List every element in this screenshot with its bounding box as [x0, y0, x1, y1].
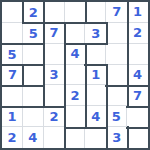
cell-r6c0[interactable]: 2 — [2, 127, 23, 148]
cell-r0c1[interactable]: 2 — [23, 2, 44, 23]
given-digit: 2 — [50, 110, 59, 123]
cage-border-segment — [43, 1, 45, 24]
given-digit: 7 — [112, 5, 121, 18]
cell-r4c2[interactable] — [44, 85, 65, 106]
given-digit: 4 — [28, 131, 37, 144]
cage-border-segment — [22, 64, 24, 87]
cell-r6c3[interactable] — [65, 127, 86, 148]
cage-border-segment — [64, 126, 66, 149]
cage-border-segment — [126, 106, 149, 108]
cell-r1c1[interactable]: 5 — [23, 23, 44, 44]
cage-border-segment — [105, 85, 128, 87]
cell-r3c6[interactable]: 4 — [127, 65, 148, 86]
cage-border-segment — [43, 84, 45, 107]
cage-border-segment — [64, 43, 86, 45]
cage-border-segment — [106, 84, 108, 106]
given-digit: 2 — [70, 89, 79, 102]
cage-border-segment — [22, 43, 45, 45]
cell-r4c1[interactable] — [23, 85, 44, 106]
cell-r4c0[interactable] — [2, 85, 23, 106]
given-digit: 4 — [70, 47, 79, 60]
cage-border-segment — [22, 85, 45, 87]
cage-border-segment — [22, 1, 24, 23]
cage-border-segment — [43, 43, 45, 66]
cell-r1c6[interactable]: 2 — [127, 23, 148, 44]
cell-r5c3[interactable] — [65, 106, 86, 127]
cage-border-segment — [64, 84, 66, 107]
cage-border-segment — [84, 64, 106, 66]
cell-r1c3[interactable] — [65, 23, 86, 44]
given-digit: 2 — [133, 26, 142, 39]
cage-border-segment — [1, 43, 23, 45]
cell-r2c0[interactable]: 5 — [2, 44, 23, 65]
cage-border-segment — [84, 43, 107, 45]
given-digit: 5 — [112, 110, 121, 123]
cage-border-segment — [22, 22, 45, 24]
cell-r3c2[interactable]: 3 — [44, 65, 65, 86]
cage-border-segment — [85, 105, 87, 128]
cell-r0c6[interactable]: 1 — [127, 2, 148, 23]
cage-border-segment — [127, 64, 129, 87]
given-digit: 3 — [112, 131, 121, 144]
cell-r0c0[interactable] — [2, 2, 23, 23]
cell-r3c4[interactable]: 1 — [85, 65, 106, 86]
cage-border-segment — [126, 85, 149, 87]
given-digit: 7 — [8, 68, 17, 81]
cage-border-segment — [85, 1, 87, 24]
cage-border-segment — [64, 64, 66, 86]
cell-r0c3[interactable] — [65, 2, 86, 23]
given-digit: 1 — [7, 110, 16, 123]
puzzle-board: 2715732547314271245243 — [0, 0, 150, 150]
given-digit: 3 — [91, 27, 100, 40]
cell-r6c1[interactable]: 4 — [23, 127, 44, 148]
cell-r3c5[interactable] — [106, 65, 127, 86]
given-digit: 2 — [7, 131, 16, 144]
cell-r6c2[interactable] — [44, 127, 65, 148]
cell-r1c5[interactable] — [106, 23, 127, 44]
cage-border-segment — [84, 127, 107, 129]
cell-r2c3[interactable]: 4 — [65, 44, 86, 65]
cell-r0c2[interactable] — [44, 2, 65, 23]
cell-r2c6[interactable] — [127, 44, 148, 65]
cell-r5c1[interactable] — [23, 106, 44, 127]
cage-border-segment — [43, 64, 45, 87]
cell-r6c5[interactable]: 3 — [106, 127, 127, 148]
given-digit: 4 — [91, 110, 100, 123]
cage-border-segment — [64, 105, 66, 127]
cell-r5c0[interactable]: 1 — [2, 106, 23, 127]
cage-border-segment — [84, 22, 106, 24]
cage-border-segment — [127, 126, 129, 149]
cage-border-segment — [127, 22, 129, 44]
cage-border-segment — [64, 43, 66, 65]
cage-border-segment — [127, 43, 129, 65]
cage-border-segment — [106, 22, 108, 45]
given-digit: 4 — [133, 68, 142, 81]
cell-r2c1[interactable] — [23, 44, 44, 65]
given-digit: 5 — [29, 27, 38, 40]
cell-r4c5[interactable] — [106, 85, 127, 106]
given-digit: 5 — [7, 48, 16, 61]
cage-border-segment — [85, 84, 87, 106]
cage-border-segment — [85, 64, 87, 86]
given-digit: 2 — [29, 6, 38, 19]
cell-r6c4[interactable] — [85, 127, 106, 148]
cell-r5c4[interactable]: 4 — [85, 106, 106, 127]
cell-r5c2[interactable]: 2 — [44, 106, 65, 127]
cage-border-segment — [106, 105, 108, 128]
cell-r0c5[interactable]: 7 — [106, 2, 127, 23]
given-digit: 1 — [91, 68, 100, 81]
cell-r1c0[interactable] — [2, 23, 23, 44]
cage-border-segment — [1, 64, 23, 66]
cage-border-segment — [127, 1, 129, 23]
cell-r4c4[interactable] — [85, 85, 106, 106]
cage-border-segment — [85, 43, 87, 65]
cage-border-segment — [64, 22, 66, 44]
given-digit: 3 — [50, 68, 59, 81]
cell-r1c2[interactable]: 7 — [44, 23, 65, 44]
cell-r4c3[interactable]: 2 — [65, 85, 86, 106]
cage-border-segment — [1, 106, 23, 108]
cage-border-segment — [126, 127, 149, 129]
cage-border-segment — [127, 84, 129, 106]
cage-border-segment — [43, 22, 65, 24]
cage-border-segment — [22, 64, 45, 66]
cage-border-segment — [1, 85, 24, 87]
given-digit: 7 — [133, 89, 142, 102]
cage-border-segment — [22, 106, 45, 108]
cell-r3c0[interactable]: 7 — [2, 65, 23, 86]
cell-r6c6[interactable] — [127, 127, 148, 148]
cell-r5c5[interactable]: 5 — [106, 106, 127, 127]
cage-border-segment — [43, 22, 45, 45]
given-digit: 7 — [50, 26, 59, 39]
cell-r2c2[interactable] — [44, 44, 65, 65]
cage-border-segment — [106, 126, 108, 149]
cage-border-segment — [64, 127, 87, 129]
cell-r1c4[interactable]: 3 — [85, 23, 106, 44]
cell-r4c6[interactable]: 7 — [127, 85, 148, 106]
cage-border-segment — [64, 22, 87, 24]
cell-r0c4[interactable] — [85, 2, 106, 23]
cell-r3c3[interactable] — [65, 65, 86, 86]
cell-r2c5[interactable] — [106, 44, 127, 65]
given-digit: 1 — [133, 5, 142, 18]
cage-border-segment — [43, 106, 66, 108]
cell-r2c4[interactable] — [85, 44, 106, 65]
cage-border-segment — [106, 64, 108, 86]
cell-r5c6[interactable] — [127, 106, 148, 127]
cell-r3c1[interactable] — [23, 65, 44, 86]
